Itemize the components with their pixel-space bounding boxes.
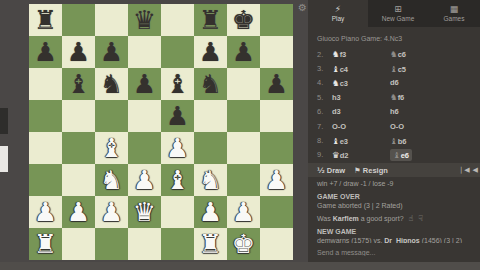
black-move[interactable]: d6 <box>390 78 448 87</box>
go-to-start-button[interactable]: ❘◀ <box>458 166 469 174</box>
piece-bB[interactable]: ♝ <box>67 71 90 97</box>
move-text: e6 <box>401 151 409 160</box>
black-move[interactable]: ♞c6 <box>390 49 448 59</box>
piece-wP[interactable]: ♟ <box>67 199 90 225</box>
square[interactable] <box>161 196 194 228</box>
move-row: 6.d3h6 <box>317 105 480 119</box>
square[interactable]: ♛ <box>128 4 161 36</box>
square[interactable]: ♚ <box>227 4 260 36</box>
tab-new-game-icon: ⊞ <box>394 5 402 14</box>
move-text: c6 <box>398 50 406 59</box>
square[interactable] <box>260 4 293 36</box>
square[interactable]: ♟ <box>227 196 260 228</box>
move-row: 8.♝e3♝b6 <box>317 133 480 147</box>
square[interactable]: ♜ <box>29 4 62 36</box>
square[interactable]: ♚ <box>227 228 260 260</box>
square[interactable] <box>29 68 62 100</box>
piece-wN[interactable]: ♞ <box>100 167 123 193</box>
tab-play[interactable]: ⚡Play <box>308 0 368 27</box>
square[interactable]: ♟ <box>95 196 128 228</box>
piece-letter-icon-N: ♞ <box>332 78 340 88</box>
square[interactable] <box>161 228 194 260</box>
move-row: 7.O-OO-O <box>317 119 480 133</box>
resign-label: Resign <box>363 166 388 175</box>
white-move[interactable]: ♝e3 <box>332 136 390 146</box>
move-row: 2.♞f3♞c6 <box>317 47 480 61</box>
sport-text-post: a good sport? <box>359 215 404 222</box>
black-move[interactable]: h6 <box>390 107 448 116</box>
square[interactable]: ♟ <box>62 196 95 228</box>
square[interactable] <box>128 228 161 260</box>
piece-letter-icon-B: ♝ <box>332 136 340 146</box>
square[interactable]: ♝ <box>62 68 95 100</box>
sport-text-pre: Was <box>317 215 333 222</box>
square[interactable] <box>62 228 95 260</box>
piece-wP[interactable]: ♟ <box>34 199 57 225</box>
previous-odds-line: win +7 / draw -1 / lose -9 <box>317 179 474 188</box>
square[interactable]: ♟ <box>29 196 62 228</box>
chat-message-input[interactable] <box>308 243 480 262</box>
piece-letter-icon-B: ♝ <box>393 150 401 160</box>
tab-play-icon: ⚡ <box>335 5 341 14</box>
square[interactable]: ♟ <box>161 100 194 132</box>
square[interactable] <box>62 100 95 132</box>
tab-games-icon: ▦ <box>450 5 459 14</box>
move-text: c3 <box>340 79 348 88</box>
square[interactable]: ♟ <box>161 132 194 164</box>
square[interactable]: ♟ <box>128 68 161 100</box>
move-number: 4. <box>317 78 332 87</box>
black-move[interactable]: ♝b6 <box>390 136 448 146</box>
resign-button[interactable]: ⚑ Resign <box>354 166 388 175</box>
piece-wP[interactable]: ♟ <box>265 167 288 193</box>
move-number: 3. <box>317 64 332 73</box>
square[interactable] <box>62 4 95 36</box>
square[interactable]: ♜ <box>29 228 62 260</box>
gear-icon[interactable]: ⚙ <box>298 2 307 13</box>
piece-wK[interactable]: ♚ <box>232 231 255 257</box>
tab-label: New Game <box>382 15 415 22</box>
piece-bP[interactable]: ♟ <box>67 39 90 65</box>
piece-wP[interactable]: ♟ <box>199 199 222 225</box>
move-list: 2.♞f3♞c63.♝c4♝c54.♞c3d65.h3♞f66.d3h67.O-… <box>308 47 480 162</box>
piece-bP[interactable]: ♟ <box>199 39 222 65</box>
square[interactable]: ♝ <box>161 164 194 196</box>
piece-wP[interactable]: ♟ <box>232 199 255 225</box>
square[interactable] <box>95 4 128 36</box>
square[interactable] <box>227 164 260 196</box>
edge-dark-piece-fragment <box>0 108 8 134</box>
square[interactable]: ♟ <box>95 36 128 68</box>
good-sport-line: Was Karflem a good sport? ☝☟ <box>317 214 474 223</box>
piece-wQ[interactable]: ♛ <box>133 199 156 225</box>
previous-move-button[interactable]: ◀ <box>473 166 478 174</box>
move-text: c5 <box>398 65 406 74</box>
piece-wP[interactable]: ♟ <box>133 167 156 193</box>
move-text: O-O <box>332 122 346 131</box>
square[interactable] <box>227 68 260 100</box>
edge-light-piece-fragment <box>0 146 8 172</box>
sidebar-panel: ⚡Play⊞New Game▦Games Giuoco Piano Game: … <box>308 0 480 262</box>
piece-bR[interactable]: ♜ <box>199 7 222 33</box>
move-text: d6 <box>390 78 399 87</box>
square[interactable] <box>260 196 293 228</box>
move-text: f3 <box>340 50 347 59</box>
square[interactable] <box>161 4 194 36</box>
piece-bP[interactable]: ♟ <box>232 39 255 65</box>
piece-letter-icon-N: ♞ <box>332 49 340 59</box>
square[interactable]: ♟ <box>260 68 293 100</box>
draw-label: Draw <box>327 166 345 175</box>
move-text: e3 <box>340 137 348 146</box>
move-text: c4 <box>340 65 348 74</box>
move-number: 2. <box>317 50 332 59</box>
draw-button[interactable]: ½ Draw <box>317 166 345 175</box>
piece-wP[interactable]: ♟ <box>100 199 123 225</box>
piece-letter-icon-B: ♝ <box>390 64 398 74</box>
square[interactable]: ♛ <box>128 196 161 228</box>
piece-bB[interactable]: ♝ <box>166 71 189 97</box>
square[interactable]: ♞ <box>95 164 128 196</box>
white-move[interactable]: h3 <box>332 93 390 102</box>
tab-label: Play <box>332 15 345 22</box>
piece-wR[interactable]: ♜ <box>34 231 57 257</box>
square[interactable]: ♟ <box>227 36 260 68</box>
opponent-name: Karflem <box>333 215 359 222</box>
square[interactable]: ♞ <box>95 68 128 100</box>
piece-letter-icon-Q: ♛ <box>332 150 340 160</box>
move-number: 9. <box>317 150 332 159</box>
piece-bP[interactable]: ♟ <box>265 71 288 97</box>
new-game-title: NEW GAME <box>317 227 474 236</box>
piece-letter-icon-B: ♝ <box>390 136 398 146</box>
piece-wB[interactable]: ♝ <box>166 167 189 193</box>
square[interactable] <box>95 100 128 132</box>
square[interactable] <box>128 100 161 132</box>
piece-bP[interactable]: ♟ <box>166 103 189 129</box>
piece-bP[interactable]: ♟ <box>133 71 156 97</box>
square[interactable]: ♟ <box>29 36 62 68</box>
piece-bQ[interactable]: ♛ <box>133 7 156 33</box>
white-move[interactable]: ♝c4 <box>332 64 390 74</box>
half-point-icon: ½ <box>317 166 325 175</box>
square[interactable] <box>95 228 128 260</box>
piece-letter-icon-B: ♝ <box>332 64 340 74</box>
white-move[interactable]: ♞c3 <box>332 78 390 88</box>
move-number: 7. <box>317 122 332 131</box>
move-number: 5. <box>317 93 332 102</box>
square[interactable]: ♞ <box>194 68 227 100</box>
square[interactable] <box>260 228 293 260</box>
square[interactable] <box>29 132 62 164</box>
white-move[interactable]: ♛d2 <box>332 150 390 160</box>
black-move[interactable]: ♞f6 <box>390 92 448 102</box>
move-text: h3 <box>332 93 341 102</box>
square[interactable] <box>161 36 194 68</box>
opening-name: Giuoco Piano Game: 4.Nc3 <box>308 27 480 47</box>
square[interactable]: ♜ <box>194 228 227 260</box>
square[interactable]: ♟ <box>194 196 227 228</box>
move-text: d3 <box>332 107 341 116</box>
piece-bN[interactable]: ♞ <box>100 71 123 97</box>
white-move[interactable]: d3 <box>332 107 390 116</box>
tab-new-game[interactable]: ⊞New Game <box>368 0 428 27</box>
tab-label: Games <box>444 15 465 22</box>
black-move[interactable]: O-O <box>390 122 448 131</box>
move-number: 8. <box>317 136 332 145</box>
move-number: 6. <box>317 107 332 116</box>
piece-wP[interactable]: ♟ <box>166 135 189 161</box>
piece-bR[interactable]: ♜ <box>34 7 57 33</box>
thumbs-down-icon[interactable]: ☟ <box>418 214 428 223</box>
aborted-line: Game aborted (3 | 2 Rated) <box>317 201 474 210</box>
move-row: 4.♞c3d6 <box>317 76 480 90</box>
piece-bK[interactable]: ♚ <box>232 7 255 33</box>
square[interactable] <box>260 100 293 132</box>
square[interactable]: ♟ <box>62 36 95 68</box>
flag-icon: ⚑ <box>354 166 361 175</box>
square[interactable] <box>62 132 95 164</box>
square[interactable]: ♟ <box>194 36 227 68</box>
bottom-strip <box>0 262 480 270</box>
move-row: 3.♝c4♝c5 <box>317 61 480 75</box>
square[interactable]: ♟ <box>128 164 161 196</box>
square[interactable]: ♞ <box>194 164 227 196</box>
square[interactable] <box>194 132 227 164</box>
square[interactable]: ♝ <box>161 68 194 100</box>
square[interactable] <box>260 132 293 164</box>
piece-letter-icon-N: ♞ <box>390 92 398 102</box>
white-move[interactable]: O-O <box>332 122 390 131</box>
move-row: 9.♛d2♝e6 <box>317 148 480 162</box>
tab-games[interactable]: ▦Games <box>428 0 480 27</box>
move-text: d2 <box>340 151 349 160</box>
square[interactable] <box>227 132 260 164</box>
piece-wR[interactable]: ♜ <box>199 231 222 257</box>
game-controls-bar: ½ Draw ⚑ Resign ❘◀ ◀ <box>308 163 480 177</box>
square[interactable]: ♟ <box>260 164 293 196</box>
black-move[interactable]: ♝c5 <box>390 64 448 74</box>
move-text: b6 <box>398 137 407 146</box>
move-text: h6 <box>390 107 399 116</box>
piece-bP[interactable]: ♟ <box>100 39 123 65</box>
move-text: O-O <box>390 122 404 131</box>
square[interactable] <box>29 164 62 196</box>
game-over-title: GAME OVER <box>317 192 474 201</box>
piece-wB[interactable]: ♝ <box>100 135 123 161</box>
piece-bP[interactable]: ♟ <box>34 39 57 65</box>
piece-bN[interactable]: ♞ <box>199 71 222 97</box>
piece-letter-icon-N: ♞ <box>390 49 398 59</box>
black-move[interactable]: ♝e6 <box>390 149 448 161</box>
square[interactable] <box>29 100 62 132</box>
square[interactable] <box>128 36 161 68</box>
square[interactable]: ♝ <box>95 132 128 164</box>
move-text: f6 <box>398 93 405 102</box>
square[interactable] <box>62 164 95 196</box>
square[interactable] <box>260 36 293 68</box>
piece-wN[interactable]: ♞ <box>199 167 222 193</box>
move-row: 5.h3♞f6 <box>317 90 480 104</box>
thumbs-up-icon[interactable]: ☝ <box>408 214 418 223</box>
white-move[interactable]: ♞f3 <box>332 49 390 59</box>
chess-board[interactable]: ♜♛♜♚♟♟♟♟♟♝♞♟♝♞♟♟♝♟♞♟♝♞♟♟♟♟♛♟♟♜♜♚ <box>29 4 293 260</box>
tab-bar: ⚡Play⊞New Game▦Games <box>308 0 480 27</box>
square[interactable] <box>227 100 260 132</box>
square[interactable] <box>194 100 227 132</box>
square[interactable]: ♜ <box>194 4 227 36</box>
square[interactable] <box>128 132 161 164</box>
